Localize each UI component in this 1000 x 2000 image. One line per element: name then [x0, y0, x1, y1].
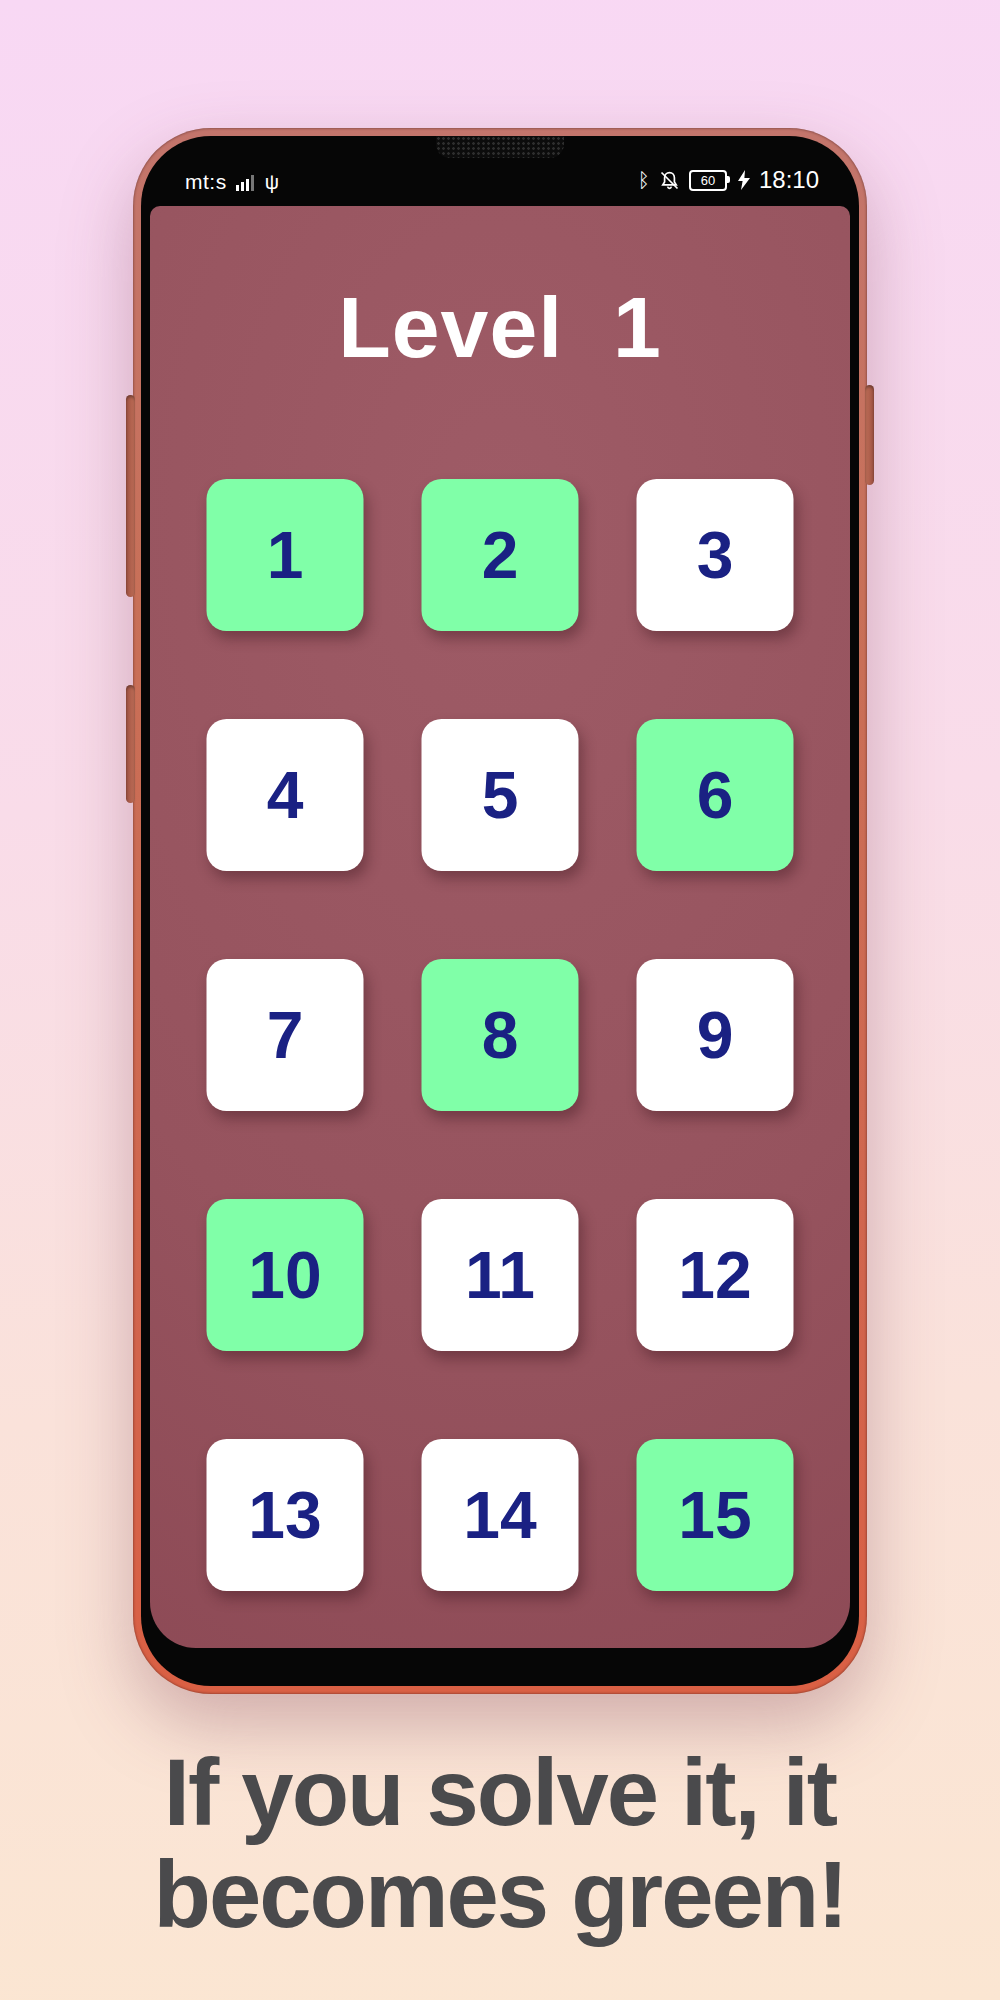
promo-background: { "game": "number-tile tap puzzle (level… — [0, 0, 1000, 2000]
status-bar-left: mt:s ψ — [185, 170, 279, 194]
tile-1[interactable]: 1 — [207, 479, 364, 631]
tile-6[interactable]: 6 — [637, 719, 794, 871]
carrier-label: mt:s — [185, 170, 227, 194]
tile-2[interactable]: 2 — [422, 479, 579, 631]
volume-button — [126, 395, 135, 597]
tile-11[interactable]: 11 — [422, 1199, 579, 1351]
tile-3[interactable]: 3 — [637, 479, 794, 631]
tile-5[interactable]: 5 — [422, 719, 579, 871]
tile-4[interactable]: 4 — [207, 719, 364, 871]
tile-12[interactable]: 12 — [637, 1199, 794, 1351]
tile-15[interactable]: 15 — [637, 1439, 794, 1591]
tile-grid: 123456789101112131415 — [207, 479, 794, 1591]
tile-13[interactable]: 13 — [207, 1439, 364, 1591]
tile-10[interactable]: 10 — [207, 1199, 364, 1351]
status-bar-right: ᛒ 60 18:10 — [638, 166, 819, 194]
earpiece-speaker-icon — [436, 136, 564, 158]
caption-line-1: If you solve it, it — [0, 1742, 1000, 1844]
battery-level-label: 60 — [701, 174, 715, 187]
promo-caption: If you solve it, it becomes green! — [0, 1742, 1000, 1945]
level-title: Level 1 — [150, 278, 850, 377]
bluetooth-icon: ᛒ — [638, 170, 650, 190]
app-screen: Level 1 123456789101112131415 — [150, 206, 850, 1648]
caption-line-2: becomes green! — [0, 1844, 1000, 1946]
clock-label: 18:10 — [759, 166, 819, 194]
tile-9[interactable]: 9 — [637, 959, 794, 1111]
phone-frame: mt:s ψ ᛒ — [133, 128, 867, 1694]
power-button — [126, 685, 135, 803]
phone-screen: mt:s ψ ᛒ — [141, 136, 859, 1686]
tile-8[interactable]: 8 — [422, 959, 579, 1111]
usb-icon: ψ — [265, 172, 279, 192]
battery-indicator: 60 — [689, 170, 727, 191]
notifications-muted-icon — [659, 170, 680, 191]
tile-14[interactable]: 14 — [422, 1439, 579, 1591]
signal-strength-icon — [236, 174, 256, 191]
charging-bolt-icon — [738, 170, 750, 190]
tile-7[interactable]: 7 — [207, 959, 364, 1111]
right-side-button — [865, 385, 874, 485]
